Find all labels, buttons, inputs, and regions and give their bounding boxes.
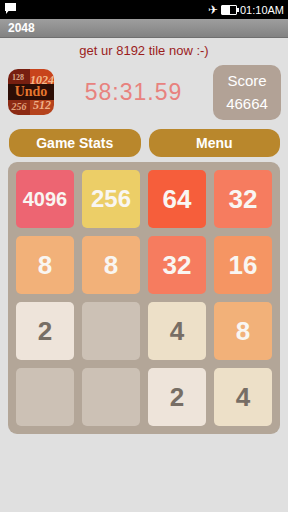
tile-r1c1-4096: 4096 (16, 170, 74, 228)
tile-r4c4-4: 4 (214, 368, 272, 426)
tile-r2c1-8: 8 (16, 236, 74, 294)
app-title: 2048 (8, 21, 35, 35)
battery-icon (221, 5, 237, 15)
tile-r3c3-4: 4 (148, 302, 206, 360)
app-title-bar: 2048 (0, 19, 288, 38)
airplane-mode-icon: ✈ (208, 4, 218, 16)
tile-r4c3-2: 2 (148, 368, 206, 426)
app-screen: ✈ 01:10AM 2048 get ur 8192 tile now :-) … (0, 0, 288, 512)
status-bar: ✈ 01:10AM (0, 0, 288, 19)
message-notification-icon (4, 1, 17, 19)
empty-cell-r4c2 (82, 368, 140, 426)
tile-r3c1-2: 2 (16, 302, 74, 360)
goal-hint-text: get ur 8192 tile now :-) (0, 38, 288, 62)
empty-cell-r4c1 (16, 368, 74, 426)
score-label: Score (227, 72, 266, 89)
tile-r1c4-32: 32 (214, 170, 272, 228)
tile-r1c2-256: 256 (82, 170, 140, 228)
game-timer: 58:31.59 (54, 79, 213, 106)
game-board[interactable]: 4096256643288321624824 (8, 162, 280, 434)
undo-button[interactable]: 128 1024 256 512 Undo (8, 69, 54, 115)
tile-r2c3-32: 32 (148, 236, 206, 294)
score-box: Score 46664 (213, 65, 281, 120)
menu-button[interactable]: Menu (149, 129, 281, 157)
tile-r3c4-8: 8 (214, 302, 272, 360)
empty-cell-r3c2 (82, 302, 140, 360)
game-header: 128 1024 256 512 Undo 58:31.59 Score 466… (8, 64, 281, 120)
status-time: 01:10AM (240, 4, 284, 16)
score-value: 46664 (226, 95, 268, 112)
undo-label: Undo (15, 85, 48, 99)
action-buttons: Game Stats Menu (9, 129, 280, 157)
game-stats-button[interactable]: Game Stats (9, 129, 141, 157)
tile-r1c3-64: 64 (148, 170, 206, 228)
tile-r2c4-16: 16 (214, 236, 272, 294)
tile-r2c2-8: 8 (82, 236, 140, 294)
